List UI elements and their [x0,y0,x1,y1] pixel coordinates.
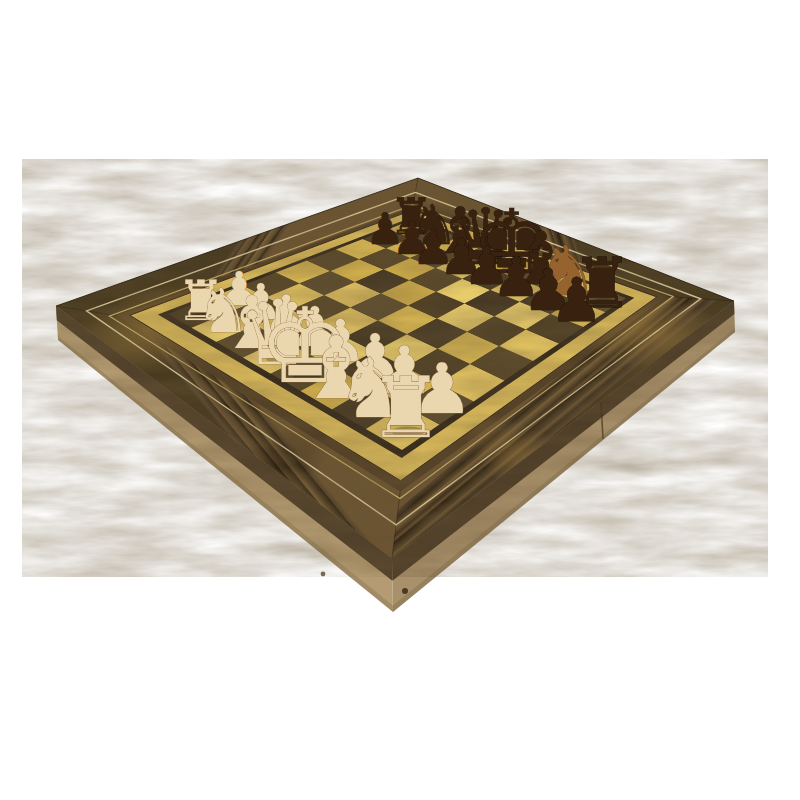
dowel-hole [402,588,408,594]
dowel-hole [321,572,326,577]
product-photo: ♜♞♟♝♟♟♛♚♟♝♟♞♟♟♜♟♟♟♜♟♞♟♝♟♛♟♚♟♝♟♞♜ [0,0,800,800]
chess-board-photo: ♜♞♟♝♟♟♛♚♟♝♟♞♟♟♜♟♟♟♜♟♞♟♝♟♛♟♚♟♝♟♞♜ [0,0,800,800]
piece-white-rook-h1: ♜ [368,359,443,457]
piece-black-pawn-h7: ♟ [549,265,603,335]
